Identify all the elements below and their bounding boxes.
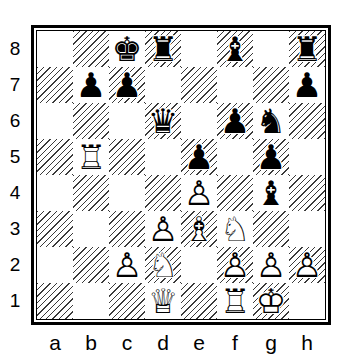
- piece-white-rook-f1[interactable]: ♖: [217, 283, 253, 319]
- rank-label-6: 6: [2, 103, 28, 139]
- file-label-h: h: [289, 329, 325, 357]
- chess-diagram: 87654321 ♚♜♝♜♟♟♟♛♟♞♜♖♟♟♟♙♝♟♙♝♗♞♘♟♙♞♘♟♙♟♙…: [0, 0, 360, 360]
- square-e3[interactable]: ♝♗: [181, 211, 217, 247]
- square-a5[interactable]: [37, 139, 73, 175]
- square-b7[interactable]: ♟: [73, 67, 109, 103]
- rank-label-1: 1: [2, 283, 28, 319]
- square-f6[interactable]: ♟: [217, 103, 253, 139]
- piece-black-bishop-g4[interactable]: ♝: [253, 175, 289, 211]
- piece-black-pawn-b7[interactable]: ♟: [73, 67, 109, 103]
- square-f4[interactable]: [217, 175, 253, 211]
- square-f1[interactable]: ♜♖: [217, 283, 253, 319]
- square-c4[interactable]: [109, 175, 145, 211]
- square-e4[interactable]: ♟♙: [181, 175, 217, 211]
- square-e7[interactable]: [181, 67, 217, 103]
- square-g2[interactable]: ♟♙: [253, 247, 289, 283]
- square-d8[interactable]: ♜: [145, 31, 181, 67]
- piece-black-rook-h8[interactable]: ♜: [289, 31, 325, 67]
- square-b3[interactable]: [73, 211, 109, 247]
- square-a1[interactable]: [37, 283, 73, 319]
- rank-label-5: 5: [2, 139, 28, 175]
- square-h8[interactable]: ♜: [289, 31, 325, 67]
- piece-white-king-g1[interactable]: ♔: [253, 283, 289, 319]
- square-h4[interactable]: [289, 175, 325, 211]
- piece-black-pawn-c7[interactable]: ♟: [109, 67, 145, 103]
- square-b4[interactable]: [73, 175, 109, 211]
- piece-black-bishop-f8[interactable]: ♝: [217, 31, 253, 67]
- square-g1[interactable]: ♚♔: [253, 283, 289, 319]
- square-c6[interactable]: [109, 103, 145, 139]
- piece-black-pawn-e5[interactable]: ♟: [181, 139, 217, 175]
- piece-white-queen-d1[interactable]: ♕: [145, 283, 181, 319]
- rank-labels: 87654321: [2, 31, 28, 319]
- square-b6[interactable]: [73, 103, 109, 139]
- piece-black-pawn-f6[interactable]: ♟: [217, 103, 253, 139]
- square-c8[interactable]: ♚: [109, 31, 145, 67]
- square-b1[interactable]: [73, 283, 109, 319]
- square-g7[interactable]: [253, 67, 289, 103]
- square-e1[interactable]: [181, 283, 217, 319]
- file-label-g: g: [253, 329, 289, 357]
- square-b5[interactable]: ♜♖: [73, 139, 109, 175]
- square-c7[interactable]: ♟: [109, 67, 145, 103]
- square-c1[interactable]: [109, 283, 145, 319]
- square-e2[interactable]: [181, 247, 217, 283]
- piece-white-knight-d2[interactable]: ♘: [145, 247, 181, 283]
- square-a2[interactable]: [37, 247, 73, 283]
- square-a8[interactable]: [37, 31, 73, 67]
- square-d6[interactable]: ♛: [145, 103, 181, 139]
- piece-white-pawn-h2[interactable]: ♙: [289, 247, 325, 283]
- square-d7[interactable]: [145, 67, 181, 103]
- square-a6[interactable]: [37, 103, 73, 139]
- rank-label-7: 7: [2, 67, 28, 103]
- square-d1[interactable]: ♛♕: [145, 283, 181, 319]
- square-c5[interactable]: [109, 139, 145, 175]
- square-a7[interactable]: [37, 67, 73, 103]
- square-f2[interactable]: ♟♙: [217, 247, 253, 283]
- square-d4[interactable]: [145, 175, 181, 211]
- square-e6[interactable]: [181, 103, 217, 139]
- square-a3[interactable]: [37, 211, 73, 247]
- piece-black-queen-d6[interactable]: ♛: [145, 103, 181, 139]
- square-b2[interactable]: [73, 247, 109, 283]
- piece-white-pawn-g2[interactable]: ♙: [253, 247, 289, 283]
- square-d3[interactable]: ♟♙: [145, 211, 181, 247]
- square-f3[interactable]: ♞♘: [217, 211, 253, 247]
- rank-label-2: 2: [2, 247, 28, 283]
- square-h2[interactable]: ♟♙: [289, 247, 325, 283]
- file-labels: abcdefgh: [37, 329, 325, 357]
- piece-black-pawn-g5[interactable]: ♟: [253, 139, 289, 175]
- square-h6[interactable]: [289, 103, 325, 139]
- piece-white-knight-f3[interactable]: ♘: [217, 211, 253, 247]
- square-e8[interactable]: [181, 31, 217, 67]
- square-b8[interactable]: [73, 31, 109, 67]
- square-f7[interactable]: [217, 67, 253, 103]
- square-c3[interactable]: [109, 211, 145, 247]
- board-frame: ♚♜♝♜♟♟♟♛♟♞♜♖♟♟♟♙♝♟♙♝♗♞♘♟♙♞♘♟♙♟♙♟♙♛♕♜♖♚♔: [31, 25, 331, 325]
- piece-white-pawn-f2[interactable]: ♙: [217, 247, 253, 283]
- file-label-e: e: [181, 329, 217, 357]
- square-a4[interactable]: [37, 175, 73, 211]
- rank-label-3: 3: [2, 211, 28, 247]
- piece-black-rook-d8[interactable]: ♜: [145, 31, 181, 67]
- piece-black-pawn-h7[interactable]: ♟: [289, 67, 325, 103]
- square-h5[interactable]: [289, 139, 325, 175]
- rank-label-8: 8: [2, 31, 28, 67]
- square-f5[interactable]: [217, 139, 253, 175]
- piece-white-pawn-d3[interactable]: ♙: [145, 211, 181, 247]
- square-d5[interactable]: [145, 139, 181, 175]
- square-g5[interactable]: ♟: [253, 139, 289, 175]
- square-h3[interactable]: [289, 211, 325, 247]
- rank-label-4: 4: [2, 175, 28, 211]
- piece-white-rook-b5[interactable]: ♖: [73, 139, 109, 175]
- piece-white-pawn-c2[interactable]: ♙: [109, 247, 145, 283]
- square-g6[interactable]: ♞: [253, 103, 289, 139]
- chess-board: ♚♜♝♜♟♟♟♛♟♞♜♖♟♟♟♙♝♟♙♝♗♞♘♟♙♞♘♟♙♟♙♟♙♛♕♜♖♚♔: [37, 31, 325, 319]
- piece-white-pawn-e4[interactable]: ♙: [181, 175, 217, 211]
- file-label-c: c: [109, 329, 145, 357]
- piece-black-knight-g6[interactable]: ♞: [253, 103, 289, 139]
- file-label-d: d: [145, 329, 181, 357]
- square-g8[interactable]: [253, 31, 289, 67]
- square-g3[interactable]: [253, 211, 289, 247]
- piece-black-king-c8[interactable]: ♚: [109, 31, 145, 67]
- board-inner-border: ♚♜♝♜♟♟♟♛♟♞♜♖♟♟♟♙♝♟♙♝♗♞♘♟♙♞♘♟♙♟♙♟♙♛♕♜♖♚♔: [36, 30, 326, 320]
- square-h1[interactable]: [289, 283, 325, 319]
- square-c2[interactable]: ♟♙: [109, 247, 145, 283]
- file-label-a: a: [37, 329, 73, 357]
- square-f8[interactable]: ♝: [217, 31, 253, 67]
- file-label-b: b: [73, 329, 109, 357]
- square-g4[interactable]: ♝: [253, 175, 289, 211]
- square-d2[interactable]: ♞♘: [145, 247, 181, 283]
- piece-white-bishop-e3[interactable]: ♗: [181, 211, 217, 247]
- square-e5[interactable]: ♟: [181, 139, 217, 175]
- file-label-f: f: [217, 329, 253, 357]
- square-h7[interactable]: ♟: [289, 67, 325, 103]
